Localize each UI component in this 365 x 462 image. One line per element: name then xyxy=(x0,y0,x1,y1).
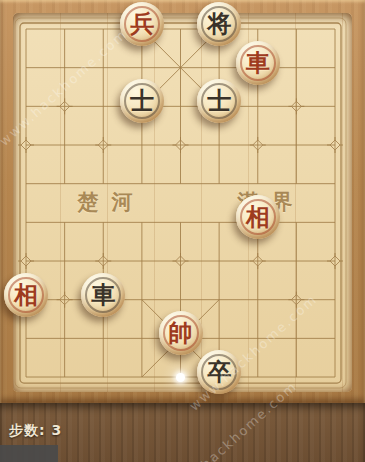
xiangqi-app-screen: 楚河 漢界 兵将車士士相相車帥卒 步数: 3 www.hackhome.com … xyxy=(0,0,365,462)
red-elephant-1-piece[interactable]: 相 xyxy=(236,195,280,239)
piece-glyph: 相 xyxy=(4,273,48,317)
pieces-layer: 兵将車士士相相車帥卒 xyxy=(13,13,352,392)
black-general-piece[interactable]: 将 xyxy=(197,2,241,46)
red-soldier-piece[interactable]: 兵 xyxy=(120,2,164,46)
piece-glyph: 相 xyxy=(236,195,280,239)
black-advisor-1-piece[interactable]: 士 xyxy=(120,79,164,123)
red-chariot-piece[interactable]: 車 xyxy=(236,41,280,85)
board-frame: 楚河 漢界 兵将車士士相相車帥卒 xyxy=(0,0,365,403)
overlay-patch xyxy=(0,445,58,462)
board-surface: 楚河 漢界 兵将車士士相相車帥卒 xyxy=(13,13,352,392)
red-general-piece[interactable]: 帥 xyxy=(159,311,203,355)
red-elephant-2-piece[interactable]: 相 xyxy=(4,273,48,317)
black-chariot-piece[interactable]: 車 xyxy=(81,273,125,317)
piece-glyph: 兵 xyxy=(120,2,164,46)
piece-glyph: 帥 xyxy=(159,311,203,355)
black-soldier-piece[interactable]: 卒 xyxy=(197,350,241,394)
piece-glyph: 卒 xyxy=(197,350,241,394)
piece-glyph: 将 xyxy=(197,2,241,46)
piece-glyph: 車 xyxy=(81,273,125,317)
piece-glyph: 士 xyxy=(120,79,164,123)
step-counter: 步数: 3 xyxy=(9,422,62,440)
black-advisor-2-piece[interactable]: 士 xyxy=(197,79,241,123)
piece-glyph: 車 xyxy=(236,41,280,85)
piece-glyph: 士 xyxy=(197,79,241,123)
